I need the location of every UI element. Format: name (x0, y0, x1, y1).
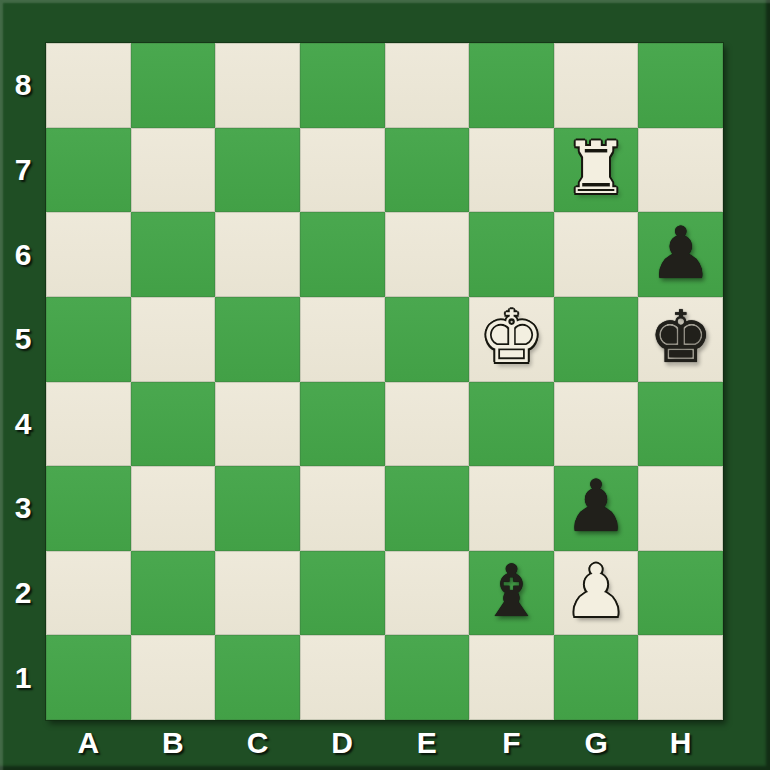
file-label-e: E (385, 720, 470, 766)
square-e4[interactable] (385, 382, 470, 467)
rank-label-6: 6 (0, 212, 46, 297)
square-h1[interactable] (638, 635, 723, 720)
square-d2[interactable] (300, 551, 385, 636)
square-g4[interactable] (554, 382, 639, 467)
file-label-h: H (638, 720, 723, 766)
white-rook[interactable]: ♜ (564, 132, 629, 204)
square-b2[interactable] (131, 551, 216, 636)
file-label-a: A (46, 720, 131, 766)
file-label-c: C (215, 720, 300, 766)
board: ♜♟♚♚♟♝♟ (46, 43, 723, 720)
square-e1[interactable] (385, 635, 470, 720)
square-a3[interactable] (46, 466, 131, 551)
square-e5[interactable] (385, 297, 470, 382)
rank-label-8: 8 (0, 43, 46, 128)
square-c3[interactable] (215, 466, 300, 551)
square-a4[interactable] (46, 382, 131, 467)
square-c8[interactable] (215, 43, 300, 128)
rank-label-1: 1 (0, 635, 46, 720)
black-pawn[interactable]: ♟ (648, 217, 713, 289)
square-g8[interactable] (554, 43, 639, 128)
square-e3[interactable] (385, 466, 470, 551)
square-d5[interactable] (300, 297, 385, 382)
square-f5[interactable]: ♚ (469, 297, 554, 382)
square-c6[interactable] (215, 212, 300, 297)
square-d8[interactable] (300, 43, 385, 128)
square-a8[interactable] (46, 43, 131, 128)
rank-label-7: 7 (0, 128, 46, 213)
square-e8[interactable] (385, 43, 470, 128)
rank-labels: 87654321 (0, 43, 46, 720)
square-a6[interactable] (46, 212, 131, 297)
square-e7[interactable] (385, 128, 470, 213)
square-g7[interactable]: ♜ (554, 128, 639, 213)
square-f8[interactable] (469, 43, 554, 128)
black-bishop[interactable]: ♝ (479, 555, 544, 627)
square-f7[interactable] (469, 128, 554, 213)
square-b3[interactable] (131, 466, 216, 551)
square-b8[interactable] (131, 43, 216, 128)
square-h2[interactable] (638, 551, 723, 636)
square-f1[interactable] (469, 635, 554, 720)
square-c7[interactable] (215, 128, 300, 213)
square-a2[interactable] (46, 551, 131, 636)
square-h8[interactable] (638, 43, 723, 128)
square-b5[interactable] (131, 297, 216, 382)
file-label-d: D (300, 720, 385, 766)
square-d1[interactable] (300, 635, 385, 720)
square-d7[interactable] (300, 128, 385, 213)
chess-board-widget: 87654321 ♜♟♚♚♟♝♟ ABCDEFGH (0, 0, 770, 770)
file-label-f: F (469, 720, 554, 766)
rank-label-2: 2 (0, 551, 46, 636)
file-label-b: B (131, 720, 216, 766)
square-g2[interactable]: ♟ (554, 551, 639, 636)
square-f4[interactable] (469, 382, 554, 467)
square-e2[interactable] (385, 551, 470, 636)
square-b4[interactable] (131, 382, 216, 467)
square-a7[interactable] (46, 128, 131, 213)
white-pawn[interactable]: ♟ (564, 555, 629, 627)
square-c5[interactable] (215, 297, 300, 382)
white-king[interactable]: ♚ (479, 301, 544, 373)
square-h3[interactable] (638, 466, 723, 551)
square-c1[interactable] (215, 635, 300, 720)
square-h6[interactable]: ♟ (638, 212, 723, 297)
black-king[interactable]: ♚ (648, 301, 713, 373)
square-h7[interactable] (638, 128, 723, 213)
rank-label-3: 3 (0, 466, 46, 551)
rank-label-4: 4 (0, 382, 46, 467)
square-g6[interactable] (554, 212, 639, 297)
square-b7[interactable] (131, 128, 216, 213)
square-a1[interactable] (46, 635, 131, 720)
square-h4[interactable] (638, 382, 723, 467)
square-f3[interactable] (469, 466, 554, 551)
square-a5[interactable] (46, 297, 131, 382)
rank-label-5: 5 (0, 297, 46, 382)
square-c4[interactable] (215, 382, 300, 467)
square-d3[interactable] (300, 466, 385, 551)
black-pawn[interactable]: ♟ (564, 470, 629, 542)
square-f2[interactable]: ♝ (469, 551, 554, 636)
file-label-g: G (554, 720, 639, 766)
square-b6[interactable] (131, 212, 216, 297)
square-b1[interactable] (131, 635, 216, 720)
square-d6[interactable] (300, 212, 385, 297)
square-g3[interactable]: ♟ (554, 466, 639, 551)
square-d4[interactable] (300, 382, 385, 467)
square-g5[interactable] (554, 297, 639, 382)
square-h5[interactable]: ♚ (638, 297, 723, 382)
square-c2[interactable] (215, 551, 300, 636)
file-labels: ABCDEFGH (46, 720, 723, 766)
square-f6[interactable] (469, 212, 554, 297)
square-e6[interactable] (385, 212, 470, 297)
square-g1[interactable] (554, 635, 639, 720)
